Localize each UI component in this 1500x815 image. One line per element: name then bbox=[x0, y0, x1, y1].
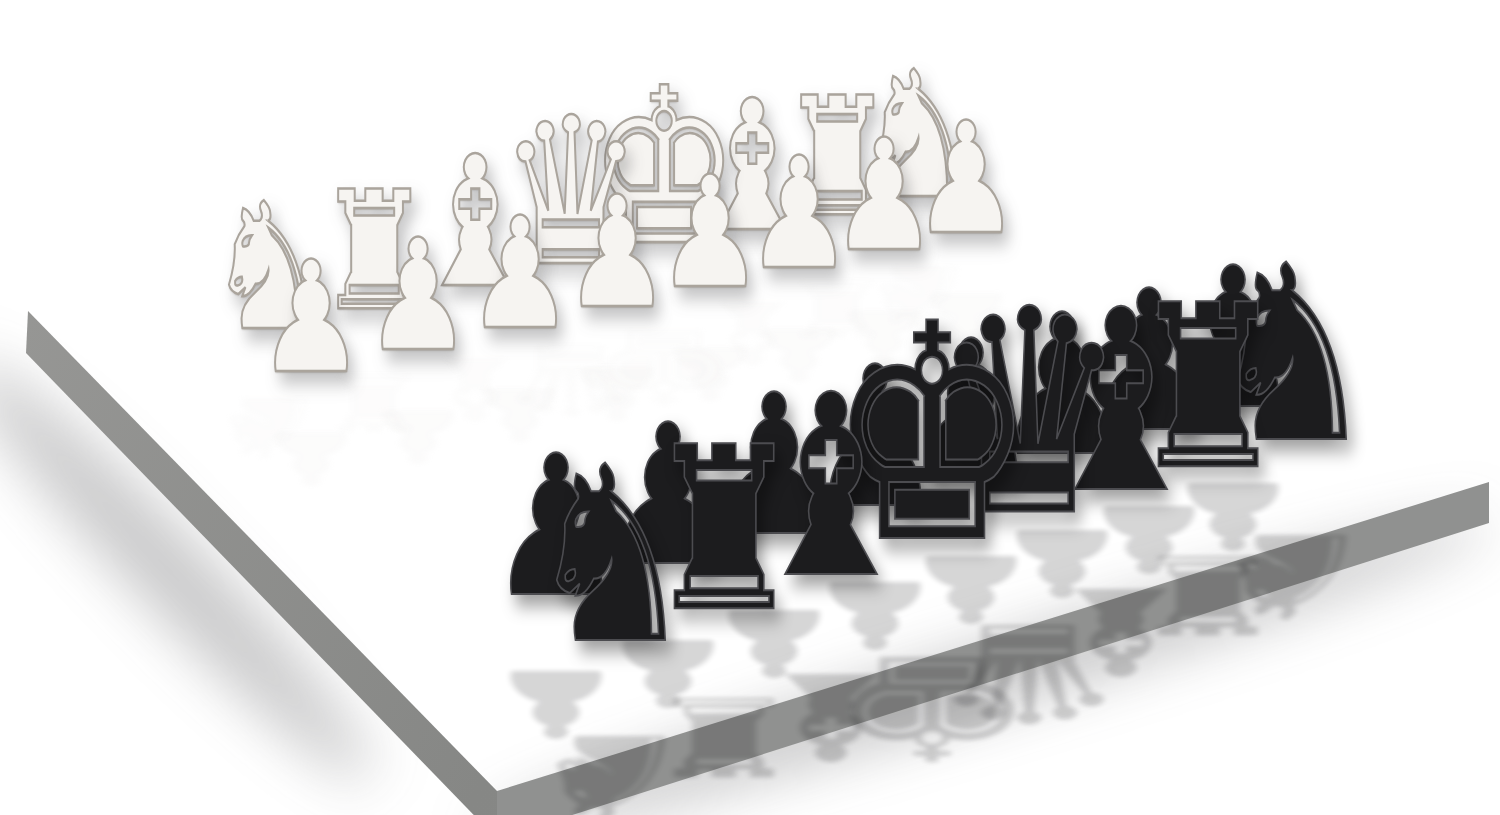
square-b4 bbox=[419, 404, 573, 471]
square-g2 bbox=[803, 232, 934, 283]
square-b8 bbox=[622, 580, 788, 662]
square-h1 bbox=[840, 185, 966, 232]
square-f7 bbox=[970, 432, 1116, 498]
square-b1 bbox=[287, 288, 433, 346]
square-h2 bbox=[886, 216, 1014, 265]
square-c7 bbox=[676, 506, 834, 580]
square-d1 bbox=[487, 251, 626, 305]
square-c8 bbox=[731, 551, 893, 629]
square-b6 bbox=[517, 488, 677, 562]
square-e4 bbox=[721, 338, 863, 398]
square-h8 bbox=[1202, 425, 1343, 489]
square-b2 bbox=[329, 325, 478, 386]
square-a4 bbox=[308, 427, 466, 497]
square-g8 bbox=[1117, 448, 1262, 514]
square-d2 bbox=[531, 285, 672, 342]
square-h6 bbox=[1089, 351, 1226, 409]
square-g4 bbox=[900, 299, 1035, 354]
square-e1 bbox=[581, 233, 716, 285]
square-f6 bbox=[916, 392, 1060, 455]
chess-board bbox=[0, 0, 1500, 815]
square-a7 bbox=[454, 562, 622, 643]
square-c6 bbox=[624, 463, 780, 534]
square-a1 bbox=[179, 308, 329, 369]
square-h3 bbox=[935, 248, 1065, 299]
square-c5 bbox=[573, 421, 726, 489]
square-e7 bbox=[877, 455, 1027, 523]
square-d3 bbox=[577, 322, 721, 381]
square-e5 bbox=[771, 376, 916, 438]
square-a5 bbox=[355, 471, 516, 544]
square-g6 bbox=[1004, 371, 1144, 431]
square-d5 bbox=[674, 398, 823, 463]
square-d6 bbox=[726, 438, 877, 506]
square-h5 bbox=[1036, 315, 1170, 371]
square-d8 bbox=[835, 524, 992, 599]
square-f1 bbox=[671, 216, 803, 267]
square-c1 bbox=[389, 269, 531, 325]
square-e2 bbox=[626, 267, 764, 322]
square-e8 bbox=[933, 497, 1086, 569]
square-h7 bbox=[1144, 387, 1283, 448]
square-f8 bbox=[1027, 472, 1176, 541]
square-h4 bbox=[984, 281, 1116, 335]
board-top-surface bbox=[28, 141, 1483, 791]
square-g7 bbox=[1059, 409, 1201, 472]
square-a8 bbox=[507, 611, 678, 696]
board-sheen-overlay bbox=[28, 141, 1483, 791]
square-e6 bbox=[823, 415, 970, 480]
square-f4 bbox=[813, 318, 952, 375]
square-e3 bbox=[673, 302, 813, 359]
square-c2 bbox=[433, 305, 578, 364]
square-a3 bbox=[264, 386, 419, 453]
square-b3 bbox=[373, 364, 524, 428]
square-d4 bbox=[625, 359, 771, 421]
square-g5 bbox=[951, 334, 1089, 392]
photo-stage: ♞♞♜♜♝♝♚♚♛♛♝♝♜♜♞♞♟♟♟♟♟♟♟♟♟♟♟♟♟♟♟♟♟♟♟♟♟♟♟♟… bbox=[0, 0, 1500, 815]
square-f2 bbox=[717, 249, 851, 302]
square-a2 bbox=[221, 346, 374, 409]
square-d7 bbox=[779, 480, 933, 551]
square-g3 bbox=[851, 265, 984, 318]
square-c3 bbox=[478, 342, 625, 403]
square-b7 bbox=[568, 533, 731, 611]
square-f3 bbox=[764, 283, 901, 338]
square-b5 bbox=[467, 445, 624, 515]
board-grid bbox=[179, 185, 1343, 697]
square-a6 bbox=[404, 515, 569, 592]
square-g1 bbox=[757, 200, 886, 249]
square-f5 bbox=[863, 355, 1004, 415]
square-c4 bbox=[524, 381, 674, 445]
